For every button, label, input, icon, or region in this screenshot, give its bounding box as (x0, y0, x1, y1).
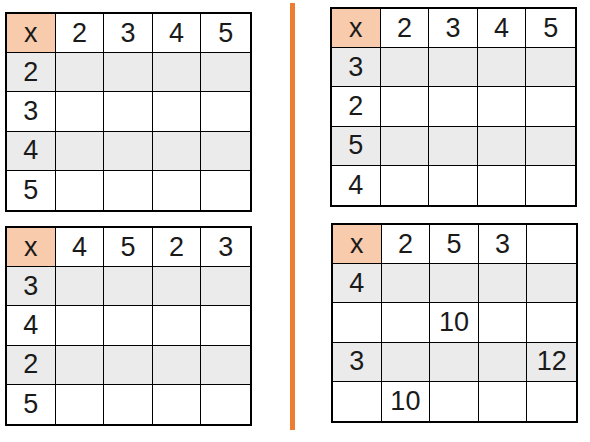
row-header-cell: 4 (7, 306, 56, 345)
column-header-cell: 3 (104, 14, 153, 53)
answer-cell (56, 385, 105, 424)
answer-cell (56, 171, 105, 210)
answer-cell (56, 346, 105, 385)
row-header-cell: 5 (332, 127, 381, 166)
answer-cell (526, 127, 575, 166)
operator-cell: x (7, 228, 56, 267)
answer-cell (479, 382, 528, 421)
answer-cell (479, 343, 528, 382)
answer-cell (429, 48, 478, 87)
column-header-cell: 4 (153, 14, 202, 53)
row-header-cell: 2 (7, 346, 56, 385)
answer-cell (56, 306, 105, 345)
answer-cell (478, 127, 527, 166)
answer-cell (104, 53, 153, 92)
column-header-cell: 2 (381, 9, 430, 48)
answer-cell (381, 127, 430, 166)
row-header-cell: 3 (333, 343, 382, 382)
answer-cell (430, 264, 479, 303)
answer-cell (382, 264, 431, 303)
answer-cell (381, 87, 430, 126)
answer-cell (478, 166, 527, 205)
answer-cell (104, 385, 153, 424)
answer-cell (153, 346, 202, 385)
operator-cell: x (333, 225, 382, 264)
column-header-cell: 3 (479, 225, 528, 264)
answer-cell (526, 166, 575, 205)
operator-cell: x (332, 9, 381, 48)
answer-cell (104, 267, 153, 306)
answer-cell (526, 48, 575, 87)
answer-cell (479, 303, 528, 342)
column-header-cell: 3 (201, 228, 250, 267)
answer-cell (381, 48, 430, 87)
column-header-cell: 5 (430, 225, 479, 264)
row-header-cell: 4 (333, 264, 382, 303)
row-header-cell: 3 (7, 92, 56, 131)
answer-cell (479, 264, 528, 303)
answer-cell (153, 306, 202, 345)
answer-cell (153, 267, 202, 306)
answer-cell (201, 171, 250, 210)
column-header-cell: 5 (526, 9, 575, 48)
answer-cell (527, 382, 576, 421)
column-header-cell: 4 (56, 228, 105, 267)
answer-cell (56, 92, 105, 131)
multiplication-grid-bottom-left: x45233425 (5, 226, 252, 426)
answer-cell (153, 92, 202, 131)
answer-cell (526, 87, 575, 126)
answer-cell (201, 385, 250, 424)
answer-cell (478, 87, 527, 126)
answer-cell: 10 (382, 382, 431, 421)
column-header-cell: 4 (478, 9, 527, 48)
answer-cell (153, 132, 202, 171)
answer-cell (104, 92, 153, 131)
answer-cell (381, 166, 430, 205)
row-header-cell: 2 (332, 87, 381, 126)
answer-cell (56, 267, 105, 306)
column-header-cell: 3 (429, 9, 478, 48)
answer-cell (153, 385, 202, 424)
multiplication-grid-bottom-right: x25341031210 (331, 223, 578, 423)
answer-cell (478, 48, 527, 87)
answer-cell (382, 343, 431, 382)
row-header-cell: 4 (7, 132, 56, 171)
answer-cell (153, 53, 202, 92)
vertical-divider (290, 3, 295, 430)
answer-cell (429, 166, 478, 205)
operator-cell: x (7, 14, 56, 53)
answer-cell (104, 132, 153, 171)
answer-cell (527, 303, 576, 342)
row-header-cell: 3 (332, 48, 381, 87)
answer-cell (382, 303, 431, 342)
column-header-cell (527, 225, 576, 264)
answer-cell (429, 127, 478, 166)
column-header-cell: 2 (56, 14, 105, 53)
column-header-cell: 2 (153, 228, 202, 267)
answer-cell (56, 53, 105, 92)
answer-cell (104, 346, 153, 385)
answer-cell (201, 346, 250, 385)
answer-cell (201, 267, 250, 306)
row-header-cell (333, 303, 382, 342)
answer-cell (104, 171, 153, 210)
row-header-cell: 5 (7, 171, 56, 210)
column-header-cell: 5 (104, 228, 153, 267)
worksheet-board: x23452345 x23453254 x45233425 x253410312… (0, 0, 590, 442)
column-header-cell: 2 (382, 225, 431, 264)
answer-cell (104, 306, 153, 345)
answer-cell (201, 306, 250, 345)
answer-cell (430, 382, 479, 421)
multiplication-grid-top-right: x23453254 (330, 7, 577, 207)
column-header-cell: 5 (201, 14, 250, 53)
row-header-cell (333, 382, 382, 421)
answer-cell (429, 87, 478, 126)
row-header-cell: 3 (7, 267, 56, 306)
answer-cell (527, 264, 576, 303)
row-header-cell: 5 (7, 385, 56, 424)
answer-cell (430, 343, 479, 382)
answer-cell (201, 53, 250, 92)
answer-cell: 10 (430, 303, 479, 342)
answer-cell (201, 92, 250, 131)
multiplication-grid-top-left: x23452345 (5, 12, 252, 212)
row-header-cell: 4 (332, 166, 381, 205)
answer-cell (153, 171, 202, 210)
answer-cell (201, 132, 250, 171)
answer-cell: 12 (527, 343, 576, 382)
answer-cell (56, 132, 105, 171)
row-header-cell: 2 (7, 53, 56, 92)
